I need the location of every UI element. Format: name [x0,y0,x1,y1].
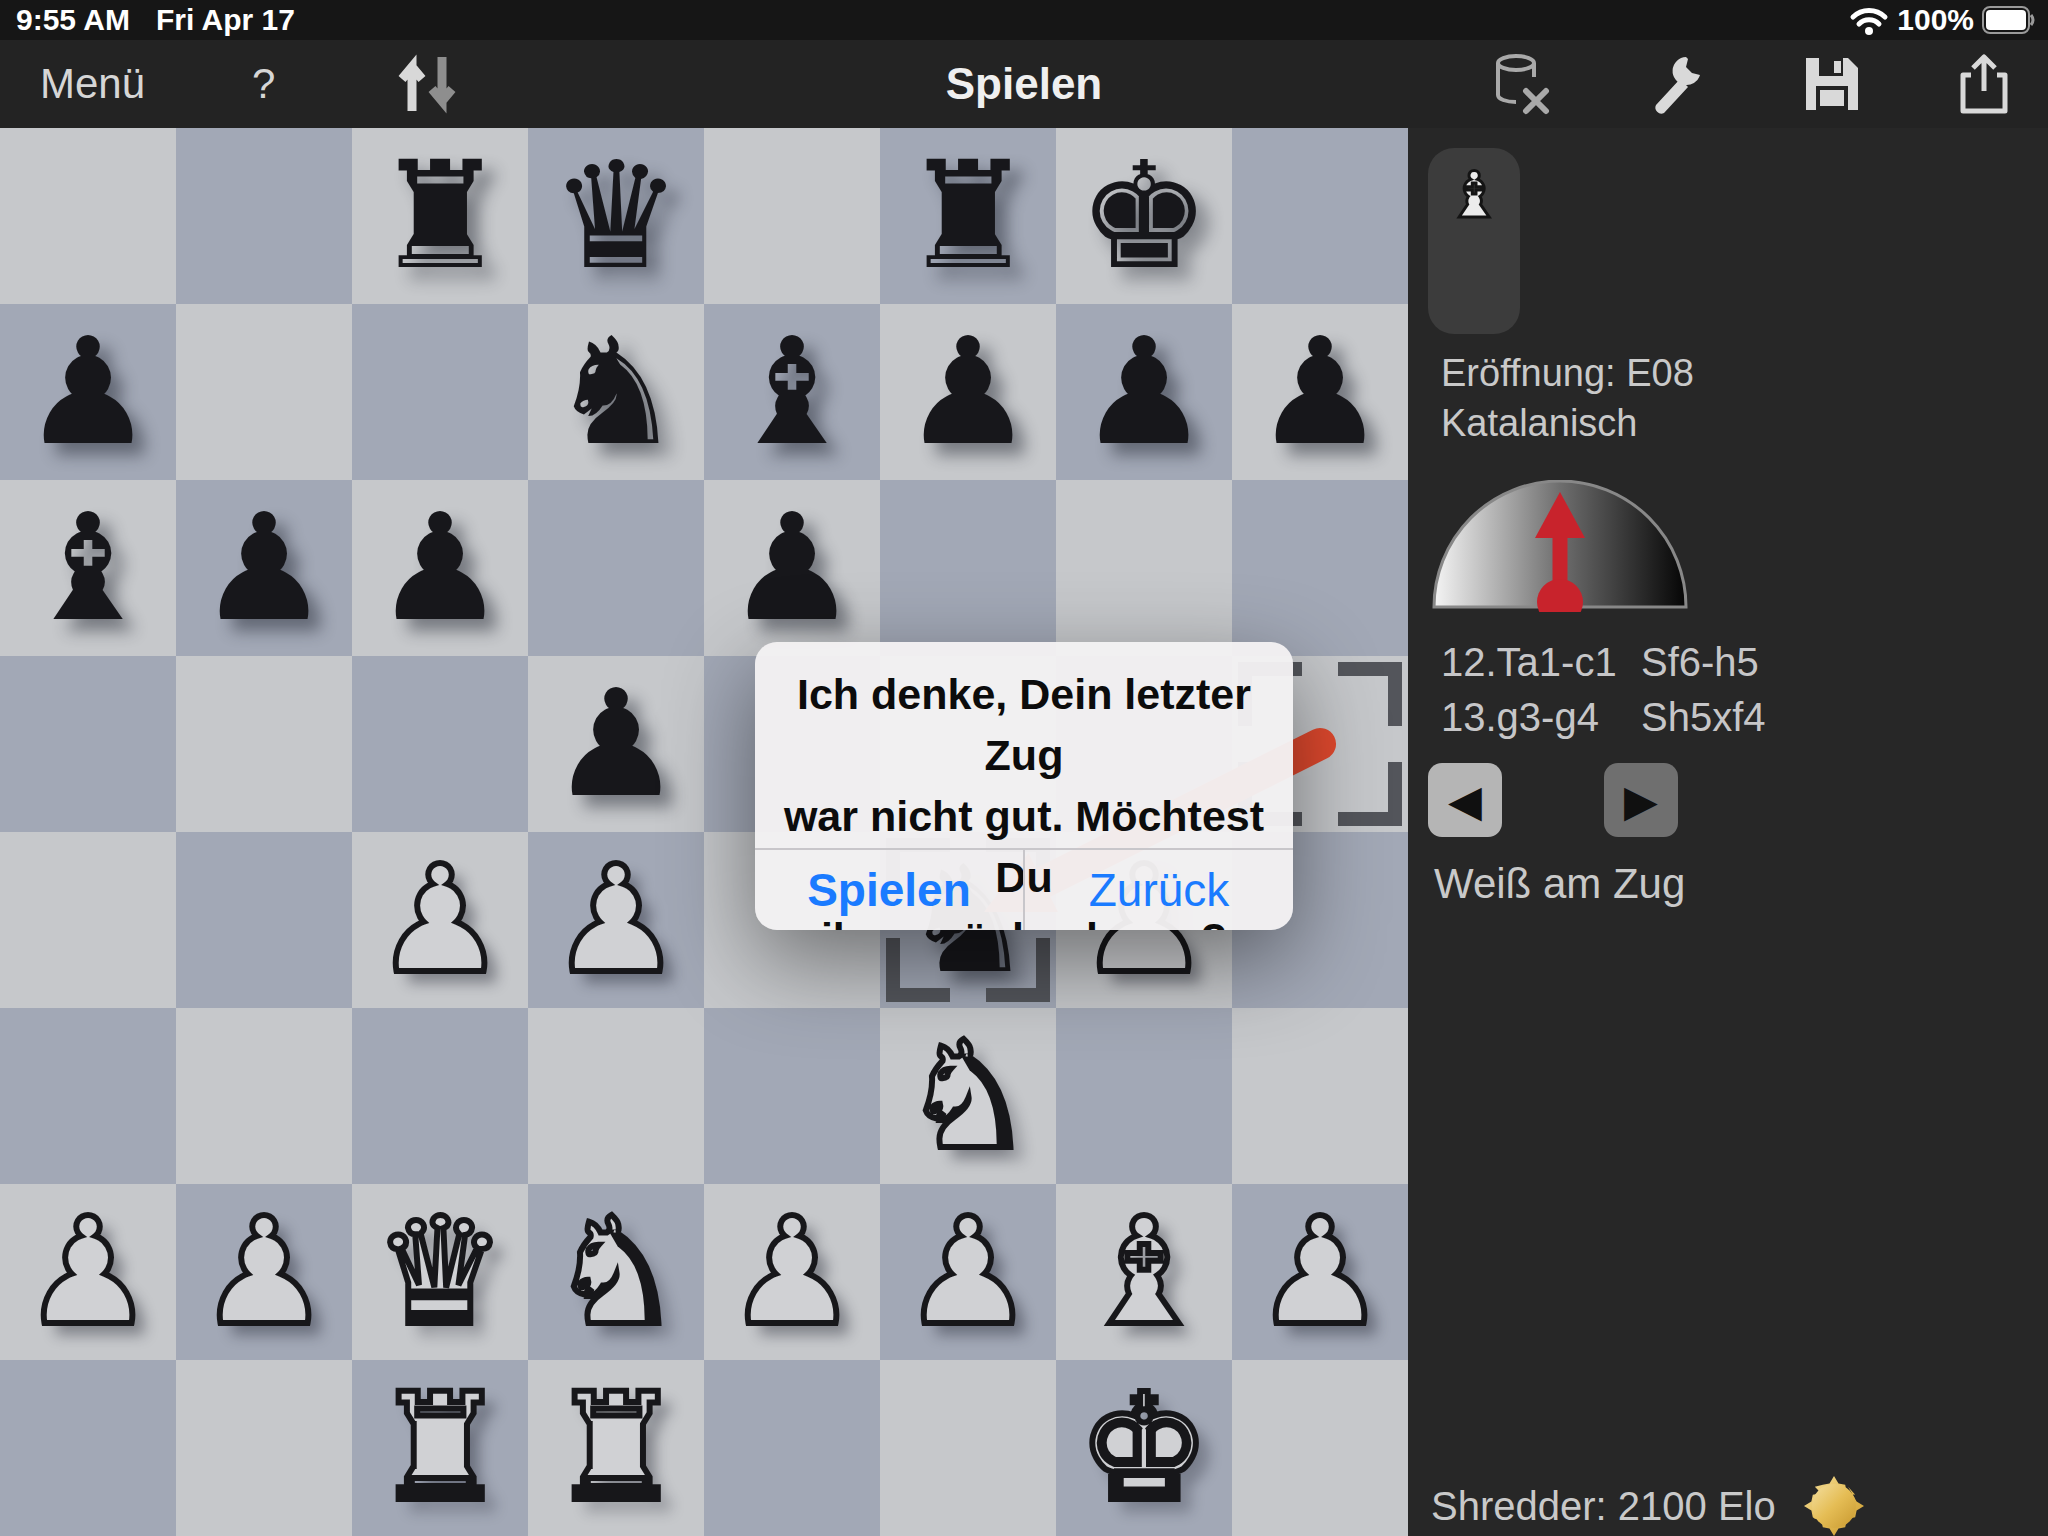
battery-icon [1982,6,2036,34]
square-c8[interactable]: ♜ [352,128,528,304]
black-pawn-b6: ♟ [176,480,352,656]
square-f3[interactable]: ♞ [880,1008,1056,1184]
sun-icon [1802,1474,1866,1536]
captured-white-bishop-icon: ♝ [1428,156,1520,234]
black-pawn-a7: ♟ [0,304,176,480]
status-bar: 9:55 AM Fri Apr 17 100% [0,0,2048,40]
square-e8[interactable] [704,128,880,304]
square-b6[interactable]: ♟ [176,480,352,656]
square-a5[interactable] [0,656,176,832]
wifi-icon [1849,4,1889,36]
takeback-dialog: Ich denke, Dein letzter Zug war nicht gu… [755,642,1293,930]
square-g7[interactable]: ♟ [1056,304,1232,480]
white-pawn-e2: ♟ [704,1184,880,1360]
square-e3[interactable] [704,1008,880,1184]
save-button[interactable] [1792,40,1872,128]
square-h6[interactable] [1232,480,1408,656]
square-f7[interactable]: ♟ [880,304,1056,480]
square-b4[interactable] [176,832,352,1008]
square-b3[interactable] [176,1008,352,1184]
help-button[interactable]: ? [252,40,275,128]
turn-indicator: Weiß am Zug [1434,860,1685,908]
black-king-g8: ♚ [1056,128,1232,304]
white-knight-d2: ♞ [528,1184,704,1360]
evaluation-gauge [1430,480,1690,612]
square-d7[interactable]: ♞ [528,304,704,480]
square-a7[interactable]: ♟ [0,304,176,480]
date: Fri Apr 17 [156,3,295,37]
flip-board-icon[interactable] [398,40,460,128]
square-f2[interactable]: ♟ [880,1184,1056,1360]
square-a4[interactable] [0,832,176,1008]
app-screen: 9:55 AM Fri Apr 17 100% Menü ? [0,0,2048,1536]
square-d1[interactable]: ♜ [528,1360,704,1536]
white-pawn-h2: ♟ [1232,1184,1408,1360]
database-delete-button[interactable] [1481,40,1561,128]
square-c2[interactable]: ♛ [352,1184,528,1360]
dialog-play-button[interactable]: Spielen [755,850,1025,930]
dialog-takeback-button[interactable]: Zurück [1025,850,1293,930]
black-bishop-a6: ♝ [0,480,176,656]
square-b7[interactable] [176,304,352,480]
square-g1[interactable]: ♚ [1056,1360,1232,1536]
square-b8[interactable] [176,128,352,304]
square-e6[interactable]: ♟ [704,480,880,656]
square-d6[interactable] [528,480,704,656]
square-h7[interactable]: ♟ [1232,304,1408,480]
share-button[interactable] [1944,40,2024,128]
square-b2[interactable]: ♟ [176,1184,352,1360]
white-rook-c1: ♜ [352,1360,528,1536]
square-a1[interactable] [0,1360,176,1536]
black-pawn-c6: ♟ [352,480,528,656]
opening-code: Eröffnung: E08 [1441,348,1694,398]
square-d2[interactable]: ♞ [528,1184,704,1360]
square-d8[interactable]: ♛ [528,128,704,304]
square-f6[interactable] [880,480,1056,656]
square-d5[interactable]: ♟ [528,656,704,832]
database-delete-icon [1490,53,1552,115]
white-pawn-c4: ♟ [352,832,528,1008]
share-icon [1955,53,2013,115]
menu-button[interactable]: Menü [40,40,145,128]
square-a2[interactable]: ♟ [0,1184,176,1360]
black-pawn-f7: ♟ [880,304,1056,480]
white-pawn-f2: ♟ [880,1184,1056,1360]
square-c7[interactable] [352,304,528,480]
square-g6[interactable] [1056,480,1232,656]
square-d4[interactable]: ♟ [528,832,704,1008]
engine-strength: Shredder: 2100 Elo [1431,1484,1776,1529]
move-black-12: Sf6-h5 [1641,640,1766,685]
white-pawn-b2: ♟ [176,1184,352,1360]
tools-button[interactable] [1637,40,1717,128]
square-f8[interactable]: ♜ [880,128,1056,304]
move-from-marker [1338,762,1402,826]
square-g3[interactable] [1056,1008,1232,1184]
square-b5[interactable] [176,656,352,832]
move-black-13: Sh5xf4 [1641,695,1766,740]
white-bishop-g2: ♝ [1056,1184,1232,1360]
nav-bar: Menü ? Spielen [0,40,2048,128]
white-queen-c2: ♛ [352,1184,528,1360]
clock: 9:55 AM [16,3,130,37]
square-a8[interactable] [0,128,176,304]
square-e7[interactable]: ♝ [704,304,880,480]
move-back-button[interactable]: ◀ [1428,763,1502,837]
square-f1[interactable] [880,1360,1056,1536]
move-white-13: 13.g3-g4 [1441,695,1641,740]
white-knight-f3: ♞ [880,1008,1056,1184]
white-pawn-a2: ♟ [0,1184,176,1360]
opening-name: Katalanisch [1441,398,1694,448]
white-king-g1: ♚ [1056,1360,1232,1536]
square-d3[interactable] [528,1008,704,1184]
square-c5[interactable] [352,656,528,832]
white-pawn-d4: ♟ [528,832,704,1008]
black-bishop-e7: ♝ [704,304,880,480]
square-h2[interactable]: ♟ [1232,1184,1408,1360]
square-a3[interactable] [0,1008,176,1184]
square-h8[interactable] [1232,128,1408,304]
square-g8[interactable]: ♚ [1056,128,1232,304]
wrench-icon [1646,53,1708,115]
black-pawn-h7: ♟ [1232,304,1408,480]
move-to-marker [886,938,950,1002]
square-e1[interactable] [704,1360,880,1536]
square-b1[interactable] [176,1360,352,1536]
sidebar: ♝ Eröffnung: E08 Katalanisch 12.Ta1-c1 S… [1408,128,2048,1536]
save-icon [1802,54,1862,114]
square-c3[interactable] [352,1008,528,1184]
square-c1[interactable]: ♜ [352,1360,528,1536]
move-list: 12.Ta1-c1 Sf6-h5 13.g3-g4 Sh5xf4 [1441,640,1766,740]
white-rook-d1: ♜ [528,1360,704,1536]
square-e2[interactable]: ♟ [704,1184,880,1360]
black-pawn-d5: ♟ [528,656,704,832]
black-pawn-e6: ♟ [704,480,880,656]
black-rook-f8: ♜ [880,128,1056,304]
square-a6[interactable]: ♝ [0,480,176,656]
black-queen-d8: ♛ [528,128,704,304]
captured-pieces-tray: ♝ [1428,148,1520,334]
move-from-marker [1338,662,1402,726]
black-pawn-g7: ♟ [1056,304,1232,480]
square-c6[interactable]: ♟ [352,480,528,656]
move-forward-button[interactable]: ▶ [1604,763,1678,837]
square-h1[interactable] [1232,1360,1408,1536]
move-to-marker [986,938,1050,1002]
battery-percent: 100% [1897,3,1974,37]
square-h3[interactable] [1232,1008,1408,1184]
square-g2[interactable]: ♝ [1056,1184,1232,1360]
black-rook-c8: ♜ [352,128,528,304]
move-white-12: 12.Ta1-c1 [1441,640,1641,685]
page-title: Spielen [0,40,2048,128]
square-c4[interactable]: ♟ [352,832,528,1008]
black-knight-d7: ♞ [528,304,704,480]
